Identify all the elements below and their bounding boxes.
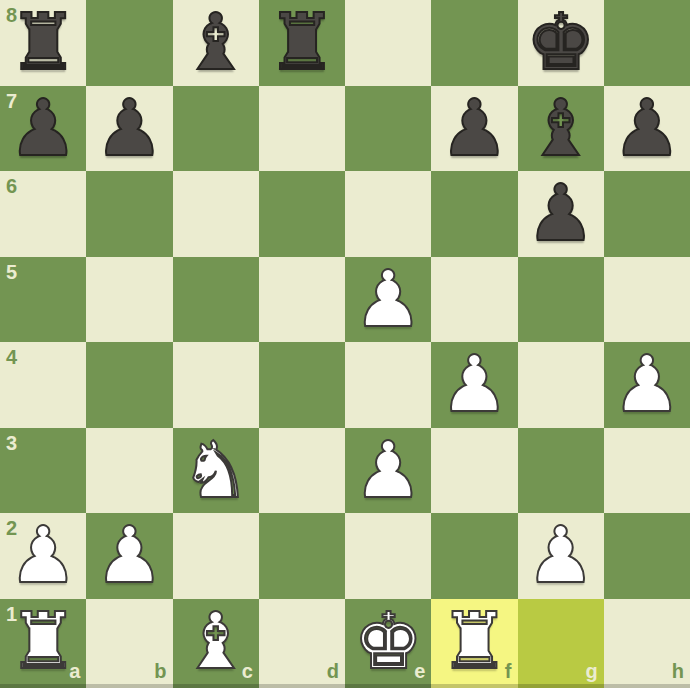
square-b8[interactable] [86,0,172,86]
square-f1[interactable]: f♜ [431,599,517,685]
square-f8[interactable] [431,0,517,86]
square-d6[interactable] [259,171,345,257]
rank-label-6: 6 [6,176,17,196]
square-d2[interactable] [259,513,345,599]
square-g3[interactable] [518,428,604,514]
square-h7[interactable]: ♟ [604,86,690,172]
piece-black-pawn-b7[interactable]: ♟ [86,86,172,172]
square-b7[interactable]: ♟ [86,86,172,172]
square-b4[interactable] [86,342,172,428]
file-label-d: d [327,661,339,681]
square-d8[interactable]: ♜ [259,0,345,86]
square-f2[interactable] [431,513,517,599]
piece-white-pawn-e3[interactable]: ♟ [345,428,431,514]
piece-white-rook-a1[interactable]: ♜ [0,599,86,685]
board-grid: 8♜♝♜♚7♟♟♟♝♟6♟5♟4♟♟3♞♟2♟♟♟1a♜bc♝de♚f♜gh [0,0,690,684]
square-f7[interactable]: ♟ [431,86,517,172]
piece-black-bishop-g7[interactable]: ♝ [518,86,604,172]
square-h4[interactable]: ♟ [604,342,690,428]
square-d3[interactable] [259,428,345,514]
square-g7[interactable]: ♝ [518,86,604,172]
square-c8[interactable]: ♝ [173,0,259,86]
rank-label-5: 5 [6,262,17,282]
square-e2[interactable] [345,513,431,599]
square-f3[interactable] [431,428,517,514]
piece-white-knight-c3[interactable]: ♞ [173,428,259,514]
square-a4[interactable]: 4 [0,342,86,428]
square-b2[interactable]: ♟ [86,513,172,599]
square-g5[interactable] [518,257,604,343]
piece-white-king-e1[interactable]: ♚ [345,599,431,685]
square-c4[interactable] [173,342,259,428]
board-edge-h [604,684,690,688]
square-e7[interactable] [345,86,431,172]
square-b5[interactable] [86,257,172,343]
rank-label-3: 3 [6,433,17,453]
square-c5[interactable] [173,257,259,343]
board-edge-d [259,684,345,688]
board-bottom-edge [0,684,690,688]
square-a7[interactable]: 7♟ [0,86,86,172]
square-b6[interactable] [86,171,172,257]
square-a6[interactable]: 6 [0,171,86,257]
square-g8[interactable]: ♚ [518,0,604,86]
piece-white-pawn-e5[interactable]: ♟ [345,257,431,343]
square-e4[interactable] [345,342,431,428]
square-c2[interactable] [173,513,259,599]
square-h3[interactable] [604,428,690,514]
square-d4[interactable] [259,342,345,428]
piece-white-pawn-g2[interactable]: ♟ [518,513,604,599]
square-h8[interactable] [604,0,690,86]
piece-black-bishop-c8[interactable]: ♝ [173,0,259,86]
square-a8[interactable]: 8♜ [0,0,86,86]
piece-black-rook-a8[interactable]: ♜ [0,0,86,86]
square-g6[interactable]: ♟ [518,171,604,257]
square-a3[interactable]: 3 [0,428,86,514]
square-e3[interactable]: ♟ [345,428,431,514]
rank-label-4: 4 [6,347,17,367]
square-e5[interactable]: ♟ [345,257,431,343]
square-c6[interactable] [173,171,259,257]
board-edge-b [86,684,172,688]
square-g2[interactable]: ♟ [518,513,604,599]
square-c1[interactable]: c♝ [173,599,259,685]
piece-white-pawn-h4[interactable]: ♟ [604,342,690,428]
square-f6[interactable] [431,171,517,257]
square-d7[interactable] [259,86,345,172]
square-a1[interactable]: 1a♜ [0,599,86,685]
piece-black-pawn-h7[interactable]: ♟ [604,86,690,172]
square-h2[interactable] [604,513,690,599]
file-label-h: h [672,661,684,681]
piece-white-pawn-a2[interactable]: ♟ [0,513,86,599]
piece-black-pawn-g6[interactable]: ♟ [518,171,604,257]
square-g4[interactable] [518,342,604,428]
square-g1[interactable]: g [518,599,604,685]
square-f5[interactable] [431,257,517,343]
piece-black-king-g8[interactable]: ♚ [518,0,604,86]
piece-black-pawn-a7[interactable]: ♟ [0,86,86,172]
square-d5[interactable] [259,257,345,343]
piece-black-rook-d8[interactable]: ♜ [259,0,345,86]
piece-black-pawn-f7[interactable]: ♟ [431,86,517,172]
square-b3[interactable] [86,428,172,514]
square-h1[interactable]: h [604,599,690,685]
square-h5[interactable] [604,257,690,343]
chess-board: 8♜♝♜♚7♟♟♟♝♟6♟5♟4♟♟3♞♟2♟♟♟1a♜bc♝de♚f♜gh [0,0,690,688]
piece-white-pawn-f4[interactable]: ♟ [431,342,517,428]
piece-white-pawn-b2[interactable]: ♟ [86,513,172,599]
square-e1[interactable]: e♚ [345,599,431,685]
square-a2[interactable]: 2♟ [0,513,86,599]
square-b1[interactable]: b [86,599,172,685]
piece-white-bishop-c1[interactable]: ♝ [173,599,259,685]
square-d1[interactable]: d [259,599,345,685]
piece-white-rook-f1[interactable]: ♜ [431,599,517,685]
board-edge-g [518,684,604,688]
file-label-b: b [154,661,166,681]
square-f4[interactable]: ♟ [431,342,517,428]
file-label-g: g [586,661,598,681]
square-c7[interactable] [173,86,259,172]
square-e6[interactable] [345,171,431,257]
square-e8[interactable] [345,0,431,86]
square-c3[interactable]: ♞ [173,428,259,514]
square-a5[interactable]: 5 [0,257,86,343]
square-h6[interactable] [604,171,690,257]
